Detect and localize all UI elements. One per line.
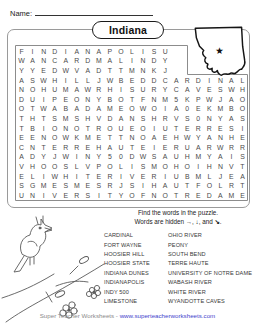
indiana-state-icon: ★ [189,25,250,80]
grid-cell: W [182,133,193,143]
grid-cell: W [38,75,49,85]
instructions-line1: Find the words in the puzzle. [104,208,252,217]
name-label: Name: [10,9,32,18]
grid-cell: E [215,123,226,133]
grid-cell: C [171,85,182,95]
grid-cell: L [71,75,82,85]
grid-cell: A [115,114,126,124]
grid-cell: C [16,142,27,152]
word-list-item: WABASH RIVER [168,278,252,287]
grid-cell: J [93,75,104,85]
grid-cell: H [27,162,38,172]
grid-cell: T [126,142,137,152]
grid-cell: H [149,114,160,124]
grid-cell: A [71,104,82,114]
grid-cell: U [115,123,126,133]
grid-cell: A [182,85,193,95]
grid-cell: A [171,104,182,114]
grid-cell: T [171,190,182,200]
grid-cell: N [38,133,49,143]
grid-cell: E [60,190,71,200]
grid-cell: H [49,75,60,85]
grid-cell: I [138,47,149,57]
grid-cell: I [71,171,82,181]
grid-cell: S [27,75,38,85]
grid-cell: E [27,133,38,143]
grid-cell: R [104,181,115,191]
grid-cell: M [215,104,226,114]
grid-cell: W [60,133,71,143]
grid-cell: W [204,94,215,104]
grid-cell: W [60,66,71,76]
grid-cell: R [93,85,104,95]
grid-cell: D [149,75,160,85]
grid-cell: I [93,190,104,200]
grid-cell: I [126,56,137,66]
grid-cell: D [16,94,27,104]
grid-cell: O [104,162,115,172]
grid-cell: E [237,133,248,143]
grid-cell: 0 [182,104,193,114]
grid-cell: R [204,142,215,152]
grid-cell: 5 [171,94,182,104]
grid-cell: D [27,152,38,162]
grid-cell: W [104,75,115,85]
grid-cell: I [38,190,49,200]
grid-cell: U [49,85,60,95]
grid-cell: T [104,133,115,143]
grid-cell: F [138,190,149,200]
grid-cell: E [160,133,171,143]
grid-cell: R [193,123,204,133]
word-list: CARDINALFORT WAYNEHOOSIER HILLHOOSIER ST… [104,231,252,306]
grid-cell: W [60,152,71,162]
grid-cell: I [27,47,38,57]
grid-cell: N [215,162,226,172]
grid-cell: W [226,85,237,95]
grid-cell: I [138,181,149,191]
grid-cell: S [138,114,149,124]
grid-cell: P [49,94,60,104]
grid-cell: B [226,104,237,114]
grid-cell: T [237,162,248,172]
grid-cell: J [215,171,226,181]
grid-cell: I [60,47,71,57]
grid-cell: A [237,171,248,181]
grid-cell: D [82,104,93,114]
grid-cell: T [104,66,115,76]
grid-cell: K [204,104,215,114]
grid-cell: I [149,142,160,152]
grid-cell: Y [115,190,126,200]
grid-cell: T [104,190,115,200]
name-row: Name: [10,7,153,18]
grid-cell: L [204,171,215,181]
grid-cell: O [182,162,193,172]
grid-cell: N [138,66,149,76]
grid-cell: M [149,162,160,172]
grid-cell: O [204,181,215,191]
puzzle-title-pill: Indiana [92,21,164,39]
grid-cell: L [27,171,38,181]
grid-cell: Y [215,114,226,124]
grid-cell: U [160,123,171,133]
grid-cell: I [193,162,204,172]
grid-cell: S [138,162,149,172]
grid-cell: Y [38,152,49,162]
grid-cell: U [171,181,182,191]
grid-cell: N [60,123,71,133]
grid-cell: D [126,152,137,162]
grid-cell: P [193,94,204,104]
word-list-item: TERRE HAUTE [168,259,252,268]
grid-cell: V [71,66,82,76]
grid-cell: E [160,142,171,152]
grid-cell: N [82,152,93,162]
grid-cell: U [171,171,182,181]
grid-cell: O [115,47,126,57]
grid-cell: R [60,142,71,152]
grid-cell: A [104,142,115,152]
grid-cell: L [71,162,82,172]
grid-cell: E [138,171,149,181]
grid-cell: M [71,181,82,191]
grid-cell: M [193,171,204,181]
grid-cell: O [115,94,126,104]
grid-cell: A [82,66,93,76]
grid-cell: B [104,94,115,104]
grid-cell: T [16,123,27,133]
grid-cell: A [93,104,104,114]
grid-cell: A [27,56,38,66]
grid-cell: O [49,162,60,172]
grid-cell: V [93,114,104,124]
grid-cell: E [193,190,204,200]
grid-cell: N [27,190,38,200]
grid-cell: W [49,171,60,181]
grid-cell: O [38,162,49,172]
grid-cell: A [215,190,226,200]
grid-cell: C [49,56,60,66]
grid-cell: T [115,66,126,76]
grid-cell: H [226,133,237,143]
grid-cell: I [115,171,126,181]
grid-cell: M [38,181,49,191]
grid-cell: E [226,171,237,181]
grid-cell: S [16,181,27,191]
word-list-item: UNIVERSITY OF NOTRE DAME [168,269,252,278]
grid-cell: O [237,94,248,104]
grid-cell: R [71,142,82,152]
word-list-item: WYANDOTTE CAVES [168,297,252,306]
grid-cell: S [71,114,82,124]
grid-cell: M [93,56,104,66]
grid-cell: O [126,190,137,200]
grid-cell: S [60,162,71,172]
grid-cell: E [138,142,149,152]
grid-cell: E [16,133,27,143]
grid-cell: D [149,56,160,66]
grid-cell: F [138,94,149,104]
grid-cell: U [182,142,193,152]
word-list-item: LIMESTONE [104,297,168,306]
grid-cell: U [171,152,182,162]
grid-cell: O [237,104,248,114]
grid-cell: H [60,171,71,181]
grid-cell: O [49,123,60,133]
grid-cell: V [226,162,237,172]
grid-cell: B [27,123,38,133]
grid-cell: U [138,85,149,95]
grid-cell: R [149,85,160,95]
grid-cell: E [82,181,93,191]
grid-cell: E [182,123,193,133]
grid-cell: O [49,133,60,143]
grid-cell: Y [193,133,204,143]
grid-cell: I [38,171,49,181]
grid-cell: R [182,190,193,200]
grid-cell: I [60,75,71,85]
grid-cell: H [27,114,38,124]
grid-cell: T [38,114,49,124]
grid-cell: O [71,123,82,133]
grid-cell: U [160,47,171,57]
grid-cell: T [182,181,193,191]
grid-cell: T [27,104,38,114]
cardinal-bird-icon [0,202,108,328]
grid-cell: I [126,162,137,172]
grid-cell: Y [27,66,38,76]
grid-cell: T [237,181,248,191]
grid-cell: O [126,104,137,114]
instructions: Find the words in the puzzle. Words are … [104,208,252,226]
grid-cell: W [138,104,149,114]
grid-cell: T [82,171,93,181]
grid-cell: J [115,181,126,191]
word-list-item: HOOSIER STATE [104,259,168,268]
grid-cell: N [82,47,93,57]
grid-cell: A [93,47,104,57]
grid-cell: N [126,133,137,143]
grid-cell: U [16,190,27,200]
grid-cell: E [193,104,204,114]
grid-cell: M [60,85,71,95]
grid-cell: V [49,190,60,200]
grid-cell: H [149,181,160,191]
grid-cell: R [104,171,115,181]
grid-cell: S [82,190,93,200]
grid-cell: A [226,94,237,104]
grid-cell: A [16,75,27,85]
grid-cell: L [126,47,137,57]
grid-cell: S [149,152,160,162]
grid-cell: T [38,142,49,152]
grid-cell: O [138,133,149,143]
grid-cell: W [138,152,149,162]
grid-cell: P [104,47,115,57]
grid-cell: N [27,142,38,152]
grid-cell: O [71,94,82,104]
grid-cell: E [38,66,49,76]
grid-cell: H [104,85,115,95]
grid-cell: F [193,181,204,191]
grid-cell: A [193,142,204,152]
grid-cell: W [16,56,27,66]
word-list-item: PEONY [168,241,252,250]
grid-cell: W [38,104,49,114]
grid-cell: S [237,152,248,162]
grid-cell: I [226,152,237,162]
word-list-item: CARDINAL [104,231,168,240]
grid-cell: I [38,123,49,133]
grid-cell: I [160,171,171,181]
grid-cell: B [182,171,193,181]
grid-cell: A [160,152,171,162]
word-list-item: WHITE RIVER [168,288,252,297]
grid-cell: O [27,85,38,95]
grid-cell: M [60,114,71,124]
grid-cell: A [71,85,82,95]
grid-cell: V [193,85,204,95]
grid-cell: I [71,152,82,162]
grid-cell: I [115,85,126,95]
grid-cell: N [16,85,27,95]
word-list-item: INDY 500 [104,288,168,297]
grid-cell: Y [16,66,27,76]
word-list-item: FORT WAYNE [104,241,168,250]
grid-cell: I [38,94,49,104]
word-list-item: SOUTH BEND [168,250,252,259]
grid-cell: R [149,171,160,181]
grid-cell: J [160,66,171,76]
grid-cell: R [171,142,182,152]
grid-cell: F [16,47,27,57]
word-list-item: INDIANA DUNES [104,269,168,278]
grid-cell: N [38,47,49,57]
grid-cell: N [38,56,49,66]
footer-brand: Super Teacher Worksheets - [40,312,118,319]
grid-cell: A [16,152,27,162]
grid-cell: G [27,181,38,191]
grid-cell: E [49,142,60,152]
grid-cell: D [93,66,104,76]
grid-cell: E [237,190,248,200]
grid-cell: V [126,171,137,181]
grid-cell: U [27,94,38,104]
instructions-line2: Words are hidden →, ↓, and ↘. [104,217,252,226]
grid-cell: A [104,56,115,66]
grid-cell: M [82,133,93,143]
grid-cell: P [93,162,104,172]
grid-cell: R [71,190,82,200]
grid-cell: H [237,85,248,95]
grid-cell: S [49,114,60,124]
grid-cell: S [237,114,248,124]
grid-cell: A [160,181,171,191]
grid-cell: I [160,104,171,114]
grid-cell: O [138,123,149,133]
grid-cell: T [16,114,27,124]
grid-cell: E [126,75,137,85]
grid-cell: M [126,66,137,76]
grid-cell: Y [93,152,104,162]
grid-cell: N [204,114,215,124]
worksheet-page: Name: Indiana ★ FINDIANAPOLISUWANCARDMAL… [0,0,255,330]
grid-cell: A [204,133,215,143]
grid-cell: R [160,114,171,124]
words-area: Find the words in the puzzle. Words are … [104,208,252,307]
grid-cell: H [38,85,49,95]
grid-cell: A [71,47,82,57]
grid-cell: 0 [193,114,204,124]
word-list-item: HOOSIER HILL [104,250,168,259]
grid-cell: D [49,47,60,57]
grid-cell: E [115,104,126,114]
grid-cell: A [60,56,71,66]
name-blank-line[interactable] [35,7,153,16]
grid-cell: L [115,56,126,66]
grid-cell: R [93,123,104,133]
grid-cell: N [126,114,137,124]
grid-cell: N [138,56,149,66]
grid-cell: M [193,152,204,162]
grid-cell: N [149,190,160,200]
footer-url-link[interactable]: www.superteacherworksheets.com [120,312,216,319]
grid-cell: B [60,104,71,114]
grid-cell: U [115,142,126,152]
grid-cell: N [82,94,93,104]
blossom-icon [86,285,100,298]
grid-cell: E [16,171,27,181]
grid-cell: T [126,94,137,104]
grid-cell: A [215,152,226,162]
grid-cell: A [149,133,160,143]
grid-cell: K [71,133,82,143]
grid-cell: J [215,94,226,104]
grid-cell: D [104,114,115,124]
grid-cell: L [82,75,93,85]
grid-cell: L [115,162,126,172]
footer: Super Teacher Worksheets - www.superteac… [0,312,255,319]
grid-cell: T [82,123,93,133]
grid-cell: S [226,123,237,133]
grid-cell: N [215,133,226,143]
word-list-item: OHIO RIVER [168,231,252,240]
grid-cell: O [149,104,160,114]
grid-cell: V [82,162,93,172]
state-capital-star-icon: ★ [215,45,223,56]
grid-cell: E [93,133,104,143]
grid-cell: E [60,94,71,104]
grid-cell: R [71,56,82,66]
grid-cell: L [215,181,226,191]
grid-cell: K [182,94,193,104]
grid-cell: S [126,85,137,95]
grid-cell: I [149,123,160,133]
grid-cell: H [93,142,104,152]
grid-cell: R [237,142,248,152]
grid-cell: S [215,85,226,95]
grid-cell: O [104,123,115,133]
grid-cell: A [49,104,60,114]
grid-cell: 0 [115,152,126,162]
grid-cell: S [149,47,160,57]
grid-cell: H [171,162,182,172]
grid-cell: E [126,123,137,133]
grid-cell: R [226,142,237,152]
grid-cell: S [182,114,193,124]
grid-cell: C [160,75,171,85]
